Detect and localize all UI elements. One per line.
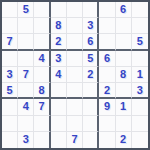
sudoku-empty-cell-r9c1[interactable]: [2, 132, 18, 148]
sudoku-empty-cell-r8c7[interactable]: [99, 116, 115, 132]
sudoku-empty-cell-r4c1[interactable]: [2, 51, 18, 67]
sudoku-empty-cell-r7c4[interactable]: [51, 99, 67, 115]
sudoku-given-cell-r9c8[interactable]: 2: [116, 132, 132, 148]
sudoku-given-cell-r1c2[interactable]: 5: [18, 2, 34, 18]
sudoku-given-cell-r3c1[interactable]: 7: [2, 34, 18, 50]
sudoku-empty-cell-r4c5[interactable]: [67, 51, 83, 67]
sudoku-empty-cell-r6c8[interactable]: [116, 83, 132, 99]
sudoku-empty-cell-r1c1[interactable]: [2, 2, 18, 18]
sudoku-empty-cell-r8c4[interactable]: [51, 116, 67, 132]
sudoku-empty-cell-r2c7[interactable]: [99, 18, 115, 34]
sudoku-empty-cell-r8c3[interactable]: [34, 116, 50, 132]
sudoku-given-cell-r5c9[interactable]: 1: [132, 67, 148, 83]
sudoku-given-cell-r7c7[interactable]: 9: [99, 99, 115, 115]
sudoku-given-cell-r5c1[interactable]: 3: [2, 67, 18, 83]
sudoku-given-cell-r3c6[interactable]: 6: [83, 34, 99, 50]
sudoku-board: 56837265435637428158234791372: [0, 0, 150, 150]
sudoku-empty-cell-r2c1[interactable]: [2, 18, 18, 34]
sudoku-given-cell-r4c7[interactable]: 6: [99, 51, 115, 67]
sudoku-empty-cell-r3c7[interactable]: [99, 34, 115, 50]
sudoku-empty-cell-r4c2[interactable]: [18, 51, 34, 67]
sudoku-empty-cell-r8c2[interactable]: [18, 116, 34, 132]
sudoku-given-cell-r9c5[interactable]: 7: [67, 132, 83, 148]
sudoku-given-cell-r3c9[interactable]: 5: [132, 34, 148, 50]
sudoku-given-cell-r9c2[interactable]: 3: [18, 132, 34, 148]
sudoku-empty-cell-r9c9[interactable]: [132, 132, 148, 148]
sudoku-given-cell-r5c8[interactable]: 8: [116, 67, 132, 83]
sudoku-given-cell-r2c6[interactable]: 3: [83, 18, 99, 34]
sudoku-given-cell-r2c4[interactable]: 8: [51, 18, 67, 34]
sudoku-empty-cell-r4c8[interactable]: [116, 51, 132, 67]
sudoku-given-cell-r3c4[interactable]: 2: [51, 34, 67, 50]
sudoku-empty-cell-r2c9[interactable]: [132, 18, 148, 34]
sudoku-given-cell-r7c8[interactable]: 1: [116, 99, 132, 115]
sudoku-empty-cell-r8c6[interactable]: [83, 116, 99, 132]
sudoku-empty-cell-r3c2[interactable]: [18, 34, 34, 50]
sudoku-given-cell-r6c1[interactable]: 5: [2, 83, 18, 99]
sudoku-empty-cell-r2c2[interactable]: [18, 18, 34, 34]
sudoku-empty-cell-r1c4[interactable]: [51, 2, 67, 18]
sudoku-empty-cell-r6c6[interactable]: [83, 83, 99, 99]
sudoku-given-cell-r5c4[interactable]: 4: [51, 67, 67, 83]
sudoku-given-cell-r5c6[interactable]: 2: [83, 67, 99, 83]
sudoku-empty-cell-r9c7[interactable]: [99, 132, 115, 148]
sudoku-empty-cell-r1c9[interactable]: [132, 2, 148, 18]
sudoku-empty-cell-r7c5[interactable]: [67, 99, 83, 115]
sudoku-given-cell-r7c2[interactable]: 4: [18, 99, 34, 115]
sudoku-empty-cell-r5c3[interactable]: [34, 67, 50, 83]
sudoku-empty-cell-r2c3[interactable]: [34, 18, 50, 34]
sudoku-given-cell-r4c6[interactable]: 5: [83, 51, 99, 67]
sudoku-empty-cell-r9c4[interactable]: [51, 132, 67, 148]
sudoku-empty-cell-r7c9[interactable]: [132, 99, 148, 115]
sudoku-empty-cell-r8c1[interactable]: [2, 116, 18, 132]
sudoku-empty-cell-r9c6[interactable]: [83, 132, 99, 148]
sudoku-empty-cell-r1c7[interactable]: [99, 2, 115, 18]
sudoku-empty-cell-r5c7[interactable]: [99, 67, 115, 83]
sudoku-empty-cell-r6c4[interactable]: [51, 83, 67, 99]
sudoku-app: 56837265435637428158234791372: [0, 0, 150, 150]
sudoku-empty-cell-r2c8[interactable]: [116, 18, 132, 34]
sudoku-empty-cell-r1c6[interactable]: [83, 2, 99, 18]
sudoku-given-cell-r4c4[interactable]: 3: [51, 51, 67, 67]
sudoku-empty-cell-r5c5[interactable]: [67, 67, 83, 83]
sudoku-given-cell-r6c3[interactable]: 8: [34, 83, 50, 99]
sudoku-empty-cell-r9c3[interactable]: [34, 132, 50, 148]
sudoku-empty-cell-r3c8[interactable]: [116, 34, 132, 50]
sudoku-empty-cell-r8c5[interactable]: [67, 116, 83, 132]
sudoku-empty-cell-r1c5[interactable]: [67, 2, 83, 18]
sudoku-empty-cell-r1c3[interactable]: [34, 2, 50, 18]
sudoku-empty-cell-r4c9[interactable]: [132, 51, 148, 67]
sudoku-given-cell-r6c7[interactable]: 2: [99, 83, 115, 99]
sudoku-given-cell-r6c9[interactable]: 3: [132, 83, 148, 99]
sudoku-empty-cell-r3c3[interactable]: [34, 34, 50, 50]
sudoku-empty-cell-r8c8[interactable]: [116, 116, 132, 132]
sudoku-empty-cell-r8c9[interactable]: [132, 116, 148, 132]
sudoku-given-cell-r4c3[interactable]: 4: [34, 51, 50, 67]
sudoku-given-cell-r5c2[interactable]: 7: [18, 67, 34, 83]
sudoku-empty-cell-r3c5[interactable]: [67, 34, 83, 50]
sudoku-empty-cell-r6c5[interactable]: [67, 83, 83, 99]
sudoku-empty-cell-r2c5[interactable]: [67, 18, 83, 34]
sudoku-given-cell-r1c8[interactable]: 6: [116, 2, 132, 18]
sudoku-given-cell-r7c3[interactable]: 7: [34, 99, 50, 115]
sudoku-empty-cell-r7c6[interactable]: [83, 99, 99, 115]
sudoku-empty-cell-r7c1[interactable]: [2, 99, 18, 115]
sudoku-empty-cell-r6c2[interactable]: [18, 83, 34, 99]
